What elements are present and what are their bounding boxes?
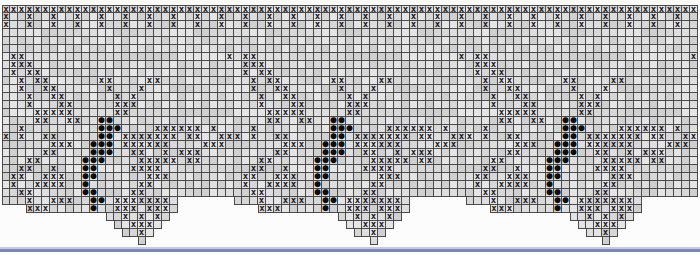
mesh-cell (82, 77, 90, 85)
mesh-cell (650, 61, 658, 69)
x-stitch-cell (474, 69, 482, 77)
mesh-cell (170, 173, 178, 181)
mesh-cell (450, 21, 458, 29)
mesh-cell (514, 53, 522, 61)
mesh-cell (210, 157, 218, 165)
x-stitch-cell (522, 197, 530, 205)
mesh-cell (90, 37, 98, 45)
x-stitch-cell (482, 21, 490, 29)
mesh-cell (226, 77, 234, 85)
mesh-cell (202, 181, 210, 189)
x-stitch-cell (594, 221, 602, 229)
x-stitch-cell (226, 133, 234, 141)
mesh-cell (202, 157, 210, 165)
mesh-cell (490, 117, 498, 125)
mesh-cell (266, 133, 274, 141)
mesh-cell (378, 93, 386, 101)
x-stitch-cell (498, 205, 506, 213)
mesh-cell (370, 53, 378, 61)
mesh-cell (90, 93, 98, 101)
mesh-cell (178, 29, 186, 37)
mesh-cell (146, 53, 154, 61)
x-stitch-cell (514, 197, 522, 205)
mesh-cell (546, 133, 554, 141)
mesh-cell (330, 85, 338, 93)
mesh-cell (82, 45, 90, 53)
mesh-cell (290, 77, 298, 85)
mesh-cell (290, 125, 298, 133)
mesh-cell (458, 101, 466, 109)
mesh-cell (314, 77, 322, 85)
mesh-cell (202, 189, 210, 197)
x-stitch-cell (34, 77, 42, 85)
mesh-cell (426, 13, 434, 21)
mesh-cell (666, 181, 674, 189)
mesh-cell (210, 181, 218, 189)
x-stitch-cell (522, 181, 530, 189)
mesh-cell (330, 205, 338, 213)
mesh-cell (666, 61, 674, 69)
x-stitch-cell (394, 173, 402, 181)
mesh-cell (74, 149, 82, 157)
mesh-cell (338, 93, 346, 101)
mesh-cell (106, 45, 114, 53)
x-stitch-cell (386, 141, 394, 149)
mesh-cell (466, 69, 474, 77)
mesh-cell (434, 181, 442, 189)
mesh-cell (226, 101, 234, 109)
x-stitch-cell (498, 117, 506, 125)
mesh-cell (442, 85, 450, 93)
mesh-cell (242, 93, 250, 101)
mesh-cell (482, 149, 490, 157)
mesh-cell (394, 101, 402, 109)
x-stitch-cell (378, 5, 386, 13)
mesh-cell (202, 165, 210, 173)
mesh-cell (586, 149, 594, 157)
mesh-cell (618, 13, 626, 21)
mesh-cell (2, 149, 10, 157)
mesh-cell (634, 37, 642, 45)
mesh-cell (450, 45, 458, 53)
mesh-cell (466, 165, 474, 173)
mesh-cell (146, 45, 154, 53)
mesh-cell (378, 13, 386, 21)
mesh-cell (394, 29, 402, 37)
mesh-cell (450, 53, 458, 61)
mesh-cell (210, 21, 218, 29)
mesh-cell (354, 181, 362, 189)
x-stitch-cell (370, 229, 378, 237)
x-stitch-cell (34, 117, 42, 125)
mesh-cell (306, 69, 314, 77)
mesh-cell (42, 53, 50, 61)
mesh-cell (570, 13, 578, 21)
mesh-cell (322, 13, 330, 21)
mesh-cell (482, 141, 490, 149)
x-stitch-cell (418, 157, 426, 165)
x-stitch-cell (434, 141, 442, 149)
mesh-cell (106, 197, 114, 205)
mesh-cell (354, 37, 362, 45)
mesh-cell (474, 133, 482, 141)
mesh-cell (362, 173, 370, 181)
mesh-cell (666, 101, 674, 109)
mesh-cell (226, 157, 234, 165)
mesh-cell (618, 221, 626, 229)
mesh-cell (682, 149, 690, 157)
mesh-cell (434, 189, 442, 197)
mesh-cell (170, 37, 178, 45)
mesh-cell (50, 45, 58, 53)
x-stitch-cell (170, 157, 178, 165)
mesh-cell (18, 197, 26, 205)
mesh-cell (690, 189, 698, 197)
mesh-cell (186, 13, 194, 21)
x-stitch-cell (42, 205, 50, 213)
x-stitch-cell (306, 117, 314, 125)
mesh-cell (338, 61, 346, 69)
mesh-cell (58, 149, 66, 157)
mesh-cell (106, 205, 114, 213)
mesh-cell (74, 165, 82, 173)
mesh-cell (410, 181, 418, 189)
mesh-cell (74, 53, 82, 61)
mesh-cell (2, 101, 10, 109)
x-stitch-cell (42, 181, 50, 189)
mesh-cell (130, 69, 138, 77)
mesh-cell (50, 117, 58, 125)
x-stitch-cell (154, 5, 162, 13)
mesh-cell (330, 93, 338, 101)
mesh-cell (314, 37, 322, 45)
mesh-cell (418, 77, 426, 85)
mesh-cell (242, 157, 250, 165)
mesh-cell (242, 101, 250, 109)
x-stitch-cell (58, 109, 66, 117)
mesh-cell (498, 45, 506, 53)
mesh-cell (26, 125, 34, 133)
mesh-cell (458, 157, 466, 165)
x-stitch-cell (250, 189, 258, 197)
mesh-cell (658, 85, 666, 93)
x-stitch-cell (690, 133, 698, 141)
x-stitch-cell (234, 5, 242, 13)
mesh-cell (42, 13, 50, 21)
mesh-cell (634, 69, 642, 77)
mesh-cell (602, 93, 610, 101)
mesh-cell (202, 149, 210, 157)
mesh-cell (346, 53, 354, 61)
mesh-cell (354, 29, 362, 37)
mesh-cell (306, 181, 314, 189)
x-stitch-cell (250, 5, 258, 13)
mesh-cell (74, 157, 82, 165)
x-stitch-cell (290, 197, 298, 205)
mesh-cell (450, 101, 458, 109)
mesh-cell (322, 45, 330, 53)
mesh-cell (82, 85, 90, 93)
mesh-cell (458, 117, 466, 125)
mesh-cell (202, 69, 210, 77)
mesh-cell (378, 21, 386, 29)
mesh-cell (82, 117, 90, 125)
mesh-cell (634, 101, 642, 109)
mesh-cell (194, 45, 202, 53)
mesh-cell (650, 173, 658, 181)
mesh-cell (122, 157, 130, 165)
mesh-cell (410, 61, 418, 69)
mesh-cell (26, 109, 34, 117)
mesh-cell (586, 21, 594, 29)
mesh-cell (114, 173, 122, 181)
solid-stitch-cell (562, 157, 570, 165)
mesh-cell (234, 141, 242, 149)
mesh-cell (162, 77, 170, 85)
mesh-cell (610, 109, 618, 117)
mesh-cell (498, 165, 506, 173)
mesh-cell (674, 69, 682, 77)
mesh-cell (634, 109, 642, 117)
mesh-cell (530, 77, 538, 85)
mesh-cell (98, 45, 106, 53)
mesh-cell (602, 61, 610, 69)
x-stitch-cell (138, 165, 146, 173)
mesh-cell (578, 141, 586, 149)
mesh-cell (250, 141, 258, 149)
mesh-cell (194, 77, 202, 85)
x-stitch-cell (298, 197, 306, 205)
mesh-cell (290, 157, 298, 165)
x-stitch-cell (138, 229, 146, 237)
x-stitch-cell (530, 197, 538, 205)
mesh-cell (354, 157, 362, 165)
mesh-cell (370, 93, 378, 101)
mesh-cell (514, 117, 522, 125)
mesh-cell (114, 61, 122, 69)
mesh-cell (322, 109, 330, 117)
mesh-cell (370, 29, 378, 37)
mesh-cell (402, 61, 410, 69)
mesh-cell (618, 45, 626, 53)
mesh-cell (554, 29, 562, 37)
mesh-cell (186, 109, 194, 117)
mesh-cell (650, 165, 658, 173)
mesh-cell (34, 85, 42, 93)
mesh-cell (418, 85, 426, 93)
x-stitch-cell (514, 109, 522, 117)
mesh-cell (434, 45, 442, 53)
x-stitch-cell (330, 77, 338, 85)
mesh-cell (434, 85, 442, 93)
x-stitch-cell (506, 205, 514, 213)
mesh-cell (114, 181, 122, 189)
mesh-cell (522, 29, 530, 37)
mesh-cell (322, 117, 330, 125)
mesh-cell (226, 93, 234, 101)
mesh-cell (418, 69, 426, 77)
mesh-cell (362, 69, 370, 77)
mesh-cell (642, 93, 650, 101)
mesh-cell (234, 13, 242, 21)
mesh-cell (594, 45, 602, 53)
mesh-cell (274, 61, 282, 69)
x-stitch-cell (338, 85, 346, 93)
mesh-cell (154, 101, 162, 109)
x-stitch-cell (506, 133, 514, 141)
x-stitch-cell (562, 77, 570, 85)
mesh-cell (658, 45, 666, 53)
mesh-cell (114, 53, 122, 61)
mesh-cell (546, 205, 554, 213)
mesh-cell (122, 37, 130, 45)
x-stitch-cell (138, 197, 146, 205)
x-stitch-cell (626, 173, 634, 181)
mesh-cell (538, 85, 546, 93)
x-stitch-cell (26, 101, 34, 109)
x-stitch-cell (130, 165, 138, 173)
mesh-cell (34, 13, 42, 21)
x-stitch-cell (378, 221, 386, 229)
mesh-cell (74, 45, 82, 53)
solid-stitch-cell (330, 197, 338, 205)
x-stitch-cell (162, 157, 170, 165)
mesh-cell (106, 21, 114, 29)
mesh-cell (690, 157, 698, 165)
mesh-cell (34, 141, 42, 149)
mesh-cell (490, 29, 498, 37)
mesh-cell (450, 29, 458, 37)
mesh-cell (138, 13, 146, 21)
mesh-cell (562, 45, 570, 53)
mesh-cell (114, 133, 122, 141)
mesh-cell (546, 61, 554, 69)
mesh-cell (330, 165, 338, 173)
x-stitch-cell (642, 5, 650, 13)
mesh-cell (514, 205, 522, 213)
x-stitch-cell (602, 229, 610, 237)
mesh-cell (618, 93, 626, 101)
x-stitch-cell (530, 21, 538, 29)
mesh-cell (98, 101, 106, 109)
mesh-cell (666, 109, 674, 117)
solid-stitch-cell (98, 197, 106, 205)
mesh-cell (218, 61, 226, 69)
mesh-cell (682, 173, 690, 181)
mesh-cell (474, 29, 482, 37)
mesh-cell (242, 29, 250, 37)
x-stitch-cell (586, 213, 594, 221)
mesh-cell (82, 13, 90, 21)
mesh-cell (258, 173, 266, 181)
x-stitch-cell (242, 181, 250, 189)
mesh-cell (418, 189, 426, 197)
mesh-cell (146, 93, 154, 101)
mesh-cell (562, 181, 570, 189)
mesh-cell (466, 149, 474, 157)
mesh-cell (106, 165, 114, 173)
mesh-cell (626, 45, 634, 53)
mesh-cell (394, 61, 402, 69)
mesh-cell (490, 77, 498, 85)
mesh-cell (602, 101, 610, 109)
mesh-cell (682, 189, 690, 197)
x-stitch-cell (50, 149, 58, 157)
mesh-cell (138, 29, 146, 37)
mesh-cell (114, 149, 122, 157)
x-stitch-cell (482, 133, 490, 141)
mesh-cell (66, 69, 74, 77)
mesh-cell (274, 53, 282, 61)
x-stitch-cell (370, 85, 378, 93)
mesh-cell (250, 29, 258, 37)
mesh-cell (34, 53, 42, 61)
mesh-cell (194, 69, 202, 77)
mesh-cell (402, 13, 410, 21)
x-stitch-cell (290, 181, 298, 189)
mesh-cell (618, 101, 626, 109)
mesh-cell (154, 53, 162, 61)
mesh-cell (346, 37, 354, 45)
mesh-cell (242, 141, 250, 149)
mesh-cell (482, 197, 490, 205)
mesh-cell (402, 93, 410, 101)
mesh-cell (202, 173, 210, 181)
mesh-cell (674, 85, 682, 93)
mesh-cell (66, 165, 74, 173)
mesh-cell (538, 101, 546, 109)
x-stitch-cell (546, 5, 554, 13)
x-stitch-cell (266, 117, 274, 125)
mesh-cell (58, 21, 66, 29)
mesh-cell (170, 69, 178, 77)
x-stitch-cell (194, 133, 202, 141)
mesh-cell (586, 29, 594, 37)
mesh-cell (322, 85, 330, 93)
mesh-cell (442, 13, 450, 21)
mesh-cell (298, 45, 306, 53)
mesh-cell (226, 181, 234, 189)
mesh-cell (234, 93, 242, 101)
mesh-cell (66, 85, 74, 93)
mesh-cell (154, 21, 162, 29)
mesh-cell (114, 13, 122, 21)
mesh-cell (394, 69, 402, 77)
mesh-cell (42, 37, 50, 45)
solid-stitch-cell (346, 125, 354, 133)
mesh-cell (618, 61, 626, 69)
mesh-cell (154, 29, 162, 37)
mesh-cell (594, 37, 602, 45)
mesh-cell (370, 45, 378, 53)
mesh-cell (402, 101, 410, 109)
mesh-cell (354, 61, 362, 69)
mesh-cell (586, 13, 594, 21)
mesh-cell (610, 37, 618, 45)
mesh-cell (34, 93, 42, 101)
mesh-cell (202, 77, 210, 85)
mesh-cell (458, 85, 466, 93)
mesh-cell (378, 29, 386, 37)
mesh-cell (474, 197, 482, 205)
mesh-cell (122, 85, 130, 93)
x-stitch-cell (506, 181, 514, 189)
x-stitch-cell (370, 5, 378, 13)
x-stitch-cell (458, 53, 466, 61)
mesh-cell (498, 141, 506, 149)
mesh-cell (154, 221, 162, 229)
mesh-cell (330, 181, 338, 189)
